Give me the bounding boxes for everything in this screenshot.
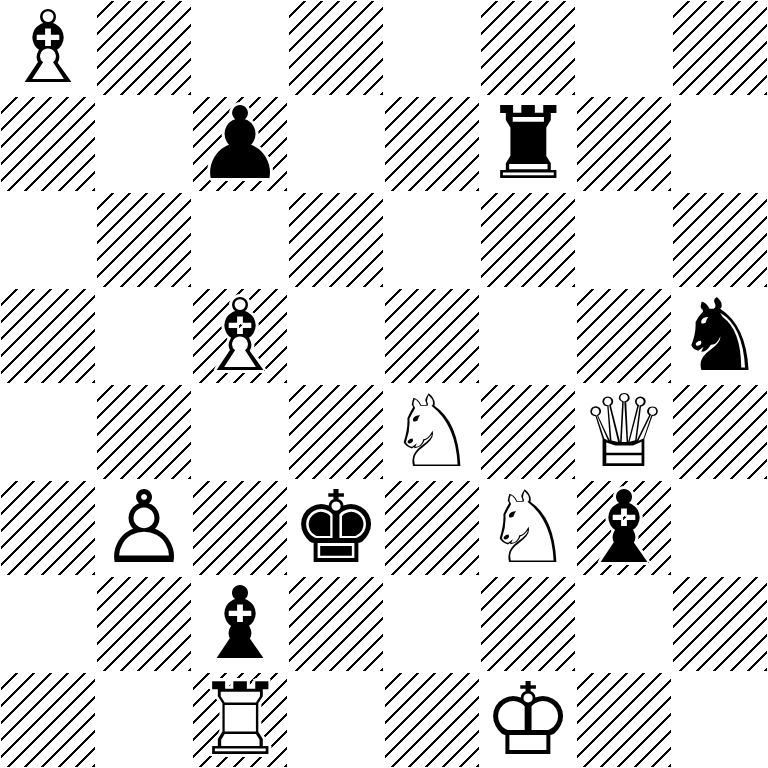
square-g6[interactable] (576, 192, 672, 288)
square-d7[interactable] (288, 96, 384, 192)
square-e6[interactable] (384, 192, 480, 288)
piece-outline-layer: ♟ (192, 96, 288, 192)
piece-outline-layer: ♙ (96, 480, 192, 576)
square-h6[interactable] (672, 192, 768, 288)
square-e8[interactable] (384, 0, 480, 96)
square-d3[interactable]: ♚♚ (288, 480, 384, 576)
piece-black-knight[interactable]: ♞♞ (672, 288, 768, 384)
piece-white-bishop[interactable]: ♝♗ (0, 0, 96, 96)
piece-white-bishop[interactable]: ♝♗ (192, 288, 288, 384)
square-h3[interactable] (672, 480, 768, 576)
square-a4[interactable] (0, 384, 96, 480)
square-h1[interactable] (672, 672, 768, 768)
square-b8[interactable] (96, 0, 192, 96)
square-e2[interactable] (384, 576, 480, 672)
square-f6[interactable] (480, 192, 576, 288)
square-h4[interactable] (672, 384, 768, 480)
piece-outline-layer: ♚ (288, 480, 384, 576)
piece-white-rook[interactable]: ♜♖ (192, 672, 288, 768)
chess-board: ♝♗♟♟♜♜♝♗♞♞♞♘♛♕♟♙♚♚♞♘♝♝♝♝♜♖♚♔ (0, 0, 768, 768)
square-c7[interactable]: ♟♟ (192, 96, 288, 192)
piece-outline-layer: ♝ (192, 576, 288, 672)
square-c5[interactable]: ♝♗ (192, 288, 288, 384)
piece-black-king[interactable]: ♚♚ (288, 480, 384, 576)
piece-outline-layer: ♗ (0, 0, 96, 96)
square-a6[interactable] (0, 192, 96, 288)
square-b5[interactable] (96, 288, 192, 384)
square-d6[interactable] (288, 192, 384, 288)
square-b1[interactable] (96, 672, 192, 768)
square-h5[interactable]: ♞♞ (672, 288, 768, 384)
piece-white-pawn[interactable]: ♟♙ (96, 480, 192, 576)
square-e4[interactable]: ♞♘ (384, 384, 480, 480)
square-f1[interactable]: ♚♔ (480, 672, 576, 768)
square-c3[interactable] (192, 480, 288, 576)
square-b3[interactable]: ♟♙ (96, 480, 192, 576)
piece-outline-layer: ♞ (672, 288, 768, 384)
square-a7[interactable] (0, 96, 96, 192)
square-a5[interactable] (0, 288, 96, 384)
square-b4[interactable] (96, 384, 192, 480)
square-a3[interactable] (0, 480, 96, 576)
square-e1[interactable] (384, 672, 480, 768)
piece-outline-layer: ♕ (576, 384, 672, 480)
piece-white-queen[interactable]: ♛♕ (576, 384, 672, 480)
square-d1[interactable] (288, 672, 384, 768)
square-g4[interactable]: ♛♕ (576, 384, 672, 480)
square-f4[interactable] (480, 384, 576, 480)
square-c6[interactable] (192, 192, 288, 288)
piece-outline-layer: ♗ (192, 288, 288, 384)
square-e7[interactable] (384, 96, 480, 192)
square-g2[interactable] (576, 576, 672, 672)
square-h7[interactable] (672, 96, 768, 192)
piece-black-bishop[interactable]: ♝♝ (192, 576, 288, 672)
piece-outline-layer: ♖ (192, 672, 288, 768)
square-d5[interactable] (288, 288, 384, 384)
piece-outline-layer: ♝ (576, 480, 672, 576)
piece-white-king[interactable]: ♚♔ (480, 672, 576, 768)
square-b2[interactable] (96, 576, 192, 672)
square-d2[interactable] (288, 576, 384, 672)
square-g8[interactable] (576, 0, 672, 96)
piece-white-knight[interactable]: ♞♘ (384, 384, 480, 480)
square-f8[interactable] (480, 0, 576, 96)
piece-outline-layer: ♔ (480, 672, 576, 768)
square-d8[interactable] (288, 0, 384, 96)
square-f7[interactable]: ♜♜ (480, 96, 576, 192)
piece-black-pawn[interactable]: ♟♟ (192, 96, 288, 192)
square-f2[interactable] (480, 576, 576, 672)
square-a2[interactable] (0, 576, 96, 672)
square-c4[interactable] (192, 384, 288, 480)
piece-black-rook[interactable]: ♜♜ (480, 96, 576, 192)
square-f3[interactable]: ♞♘ (480, 480, 576, 576)
square-e3[interactable] (384, 480, 480, 576)
square-g3[interactable]: ♝♝ (576, 480, 672, 576)
square-h2[interactable] (672, 576, 768, 672)
square-c2[interactable]: ♝♝ (192, 576, 288, 672)
piece-white-knight[interactable]: ♞♘ (480, 480, 576, 576)
square-g1[interactable] (576, 672, 672, 768)
square-b7[interactable] (96, 96, 192, 192)
square-c8[interactable] (192, 0, 288, 96)
square-a8[interactable]: ♝♗ (0, 0, 96, 96)
square-c1[interactable]: ♜♖ (192, 672, 288, 768)
square-d4[interactable] (288, 384, 384, 480)
piece-outline-layer: ♜ (480, 96, 576, 192)
square-a1[interactable] (0, 672, 96, 768)
square-e5[interactable] (384, 288, 480, 384)
square-b6[interactable] (96, 192, 192, 288)
square-h8[interactable] (672, 0, 768, 96)
square-f5[interactable] (480, 288, 576, 384)
piece-outline-layer: ♘ (384, 384, 480, 480)
piece-outline-layer: ♘ (480, 480, 576, 576)
piece-black-bishop[interactable]: ♝♝ (576, 480, 672, 576)
square-g5[interactable] (576, 288, 672, 384)
square-g7[interactable] (576, 96, 672, 192)
